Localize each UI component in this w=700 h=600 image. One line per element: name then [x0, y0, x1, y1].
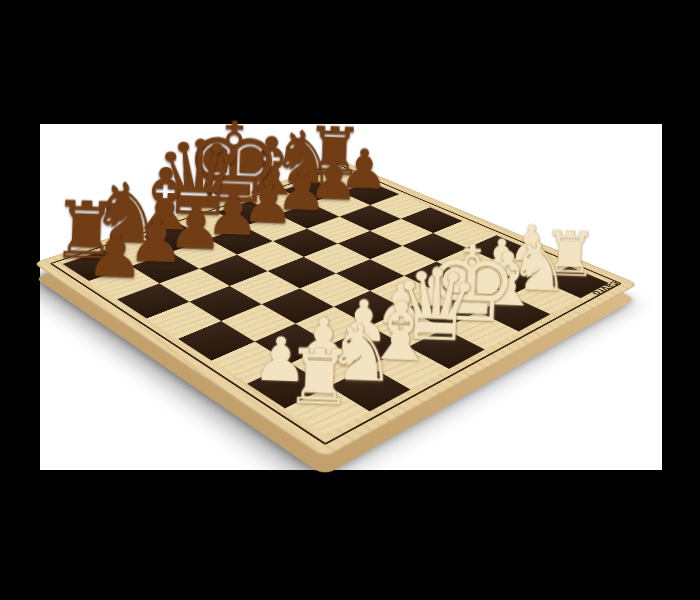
- piece-black-pawn-h7: ♟: [339, 141, 390, 197]
- square-d6: [237, 241, 303, 271]
- scene-tilt: cayro ♜♟♟♜♞♟♟♞♝♟♟♝♚♟♟♚♛♟♟♛♝♟♟♝♞♟♟♞♜♟♟♜: [34, 113, 668, 480]
- page-background: cayro ♜♟♟♜♞♟♟♞♝♟♟♝♚♟♟♚♛♟♟♛♝♟♟♝♞♟♟♞♜♟♟♜: [0, 0, 700, 600]
- board-grid: ♜♟♟♜♞♟♟♞♝♟♟♝♚♟♟♚♛♟♟♛♝♟♟♝♞♟♟♞♜♟♟♜: [63, 170, 609, 435]
- square-f5: [338, 231, 403, 259]
- square-e7: ♟: [244, 215, 307, 242]
- square-g8: ♞: [282, 180, 341, 203]
- piece-black-pawn-f7: ♟: [275, 160, 328, 219]
- square-h6: [370, 194, 430, 218]
- piece-black-rook-h8: ♜: [304, 117, 365, 185]
- square-g7: ♟: [310, 192, 370, 216]
- piece-black-pawn-d7: ♟: [205, 182, 261, 244]
- square-d5: [268, 257, 336, 288]
- piece-black-pawn-e7: ♟: [241, 171, 296, 231]
- piece-black-bishop-f8: ♝: [234, 125, 308, 207]
- board-surface: cayro ♜♟♟♜♞♟♟♞♝♟♟♝♚♟♟♚♛♟♟♛♝♟♟♝♞♟♟♞♜♟♟♜: [33, 161, 638, 458]
- piece-black-knight-g8: ♞: [269, 121, 337, 196]
- square-f7: ♟: [278, 203, 340, 229]
- piece-black-pawn-a7: ♟: [85, 220, 146, 287]
- square-g6: [339, 205, 401, 231]
- square-e5: [304, 244, 370, 274]
- chess-board: cayro ♜♟♟♜♞♟♟♞♝♟♟♝♚♟♟♚♛♟♟♛♝♟♟♝♞♟♟♞♜♟♟♜: [33, 161, 638, 458]
- square-f6: [307, 217, 370, 244]
- square-f8: ♝: [250, 190, 310, 214]
- piece-black-king-e8: ♚: [182, 107, 284, 220]
- square-e6: [273, 229, 338, 257]
- square-e8: ♚: [216, 201, 278, 226]
- square-g5: [370, 219, 433, 246]
- square-h7: ♟: [341, 182, 400, 205]
- square-d8: ♛: [181, 212, 244, 239]
- piece-black-pawn-g7: ♟: [308, 150, 360, 207]
- product-photo-area: cayro ♜♟♟♜♞♟♟♞♝♟♟♝♚♟♟♚♛♟♟♛♝♟♟♝♞♟♟♞♜♟♟♜: [40, 124, 662, 470]
- square-h8: ♜: [313, 170, 370, 192]
- scene: cayro ♜♟♟♜♞♟♟♞♝♟♟♝♚♟♟♚♛♟♟♛♝♟♟♝♞♟♟♞♜♟♟♜: [40, 124, 662, 470]
- square-d7: ♟: [208, 226, 273, 254]
- piece-white-rook-a1: ♜: [283, 338, 354, 416]
